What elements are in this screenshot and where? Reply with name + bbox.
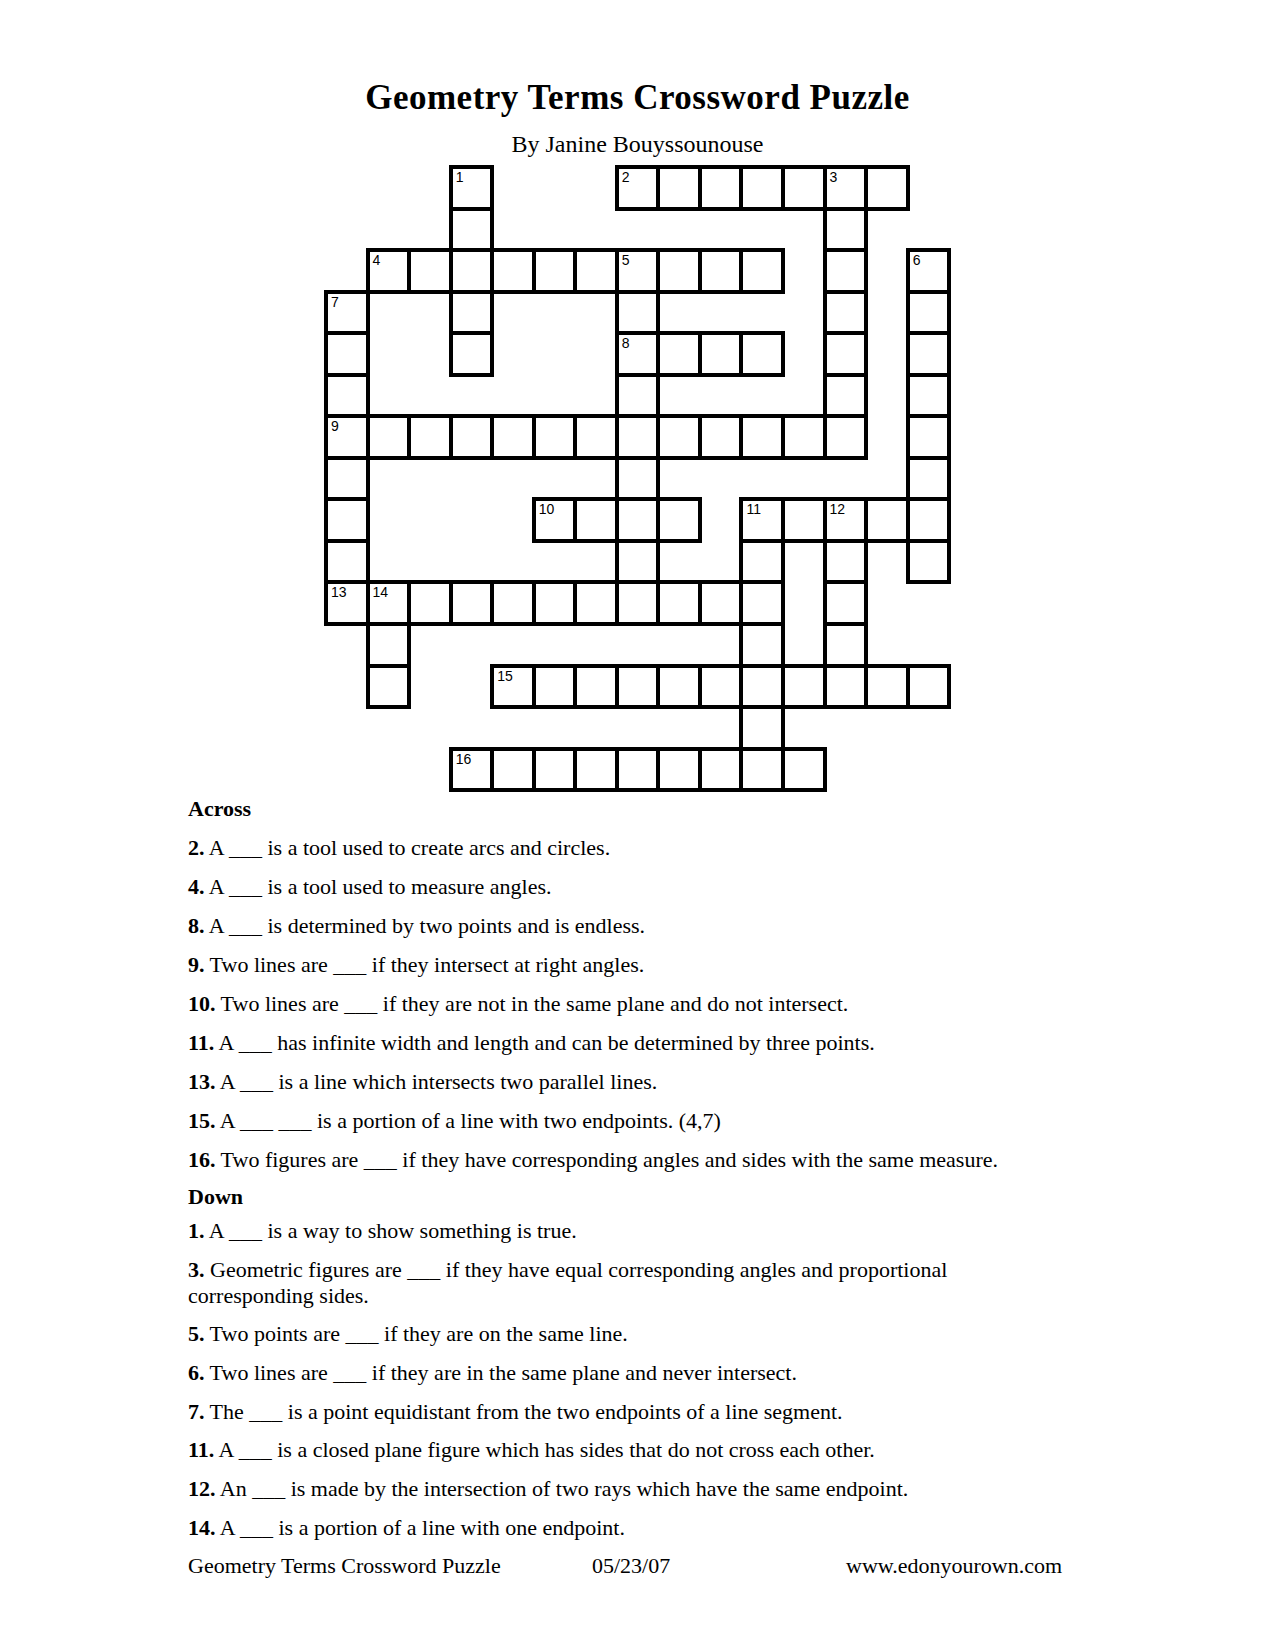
void-cell-r5c9 (700, 375, 742, 417)
void-cell-r7c6 (575, 458, 617, 500)
void-cell-r11c0 (326, 624, 368, 666)
void-cell-r9c8 (658, 541, 700, 583)
clue-down-6: 6. Two lines are ___ if they are in the … (188, 1360, 797, 1386)
void-cell-r4c6 (575, 333, 617, 375)
grid-cell-r6c12[interactable] (823, 414, 869, 460)
void-cell-r7c2 (409, 458, 451, 500)
void-cell-r1c1 (368, 209, 410, 251)
void-cell-r9c3 (451, 541, 493, 583)
void-cell-r9c11 (783, 541, 825, 583)
grid-cell-r7c0[interactable] (324, 456, 370, 502)
grid-cell-r5c0[interactable] (324, 373, 370, 419)
clue-number-label: 1. (188, 1218, 205, 1243)
void-cell-r4c1 (368, 333, 410, 375)
void-cell-r12c3 (451, 666, 493, 708)
grid-cell-r9c12[interactable] (823, 539, 869, 585)
void-cell-r9c13 (866, 541, 908, 583)
grid-cell-r8c0[interactable] (324, 497, 370, 543)
grid-cell-r14c6[interactable] (573, 747, 619, 793)
clue-down-14: 14. A ___ is a portion of a line with on… (188, 1515, 625, 1541)
grid-cell-r8c14[interactable] (906, 497, 952, 543)
clue-number-16: 16 (456, 751, 472, 767)
grid-cell-r0c8[interactable] (656, 165, 702, 211)
grid-cell-r6c4[interactable] (490, 414, 536, 460)
void-cell-r5c5 (534, 375, 576, 417)
grid-cell-r6c1[interactable] (366, 414, 412, 460)
clue-number-label: 16. (188, 1147, 216, 1172)
clue-number-11: 11 (746, 501, 761, 517)
void-cell-r1c0 (326, 209, 368, 251)
void-cell-r11c2 (409, 624, 451, 666)
void-cell-r7c9 (700, 458, 742, 500)
clue-down-1: 1. A ___ is a way to show something is t… (188, 1218, 577, 1244)
void-cell-r2c11 (783, 250, 825, 292)
clue-number-label: 6. (188, 1360, 205, 1385)
clue-number-9: 9 (331, 418, 339, 434)
clue-number-label: 10. (188, 991, 216, 1016)
clue-across-9: 9. Two lines are ___ if they intersect a… (188, 952, 644, 978)
clue-across-10: 10. Two lines are ___ if they are not in… (188, 991, 848, 1017)
void-cell-r7c8 (658, 458, 700, 500)
grid-cell-r2c4[interactable] (490, 248, 536, 294)
clue-number-label: 15. (188, 1108, 216, 1133)
void-cell-r10c11 (783, 582, 825, 624)
void-cell-r5c8 (658, 375, 700, 417)
grid-cell-r2c7[interactable]: 5 (615, 248, 661, 294)
void-cell-r1c9 (700, 209, 742, 251)
void-cell-r8c9 (700, 499, 742, 541)
void-cell-r7c3 (451, 458, 493, 500)
void-cell-r13c6 (575, 707, 617, 749)
clue-number-label: 13. (188, 1069, 216, 1094)
grid-cell-r6c2[interactable] (407, 414, 453, 460)
grid-cell-r11c1[interactable] (366, 622, 412, 668)
grid-cell-r5c14[interactable] (906, 373, 952, 419)
clue-across-4: 4. A ___ is a tool used to measure angle… (188, 874, 552, 900)
clue-number-label: 9. (188, 952, 205, 977)
grid-cell-r10c3[interactable] (449, 580, 495, 626)
down-heading: Down (188, 1184, 243, 1210)
void-cell-r5c13 (866, 375, 908, 417)
grid-cell-r0c11[interactable] (781, 165, 827, 211)
grid-cell-r14c9[interactable] (698, 747, 744, 793)
clue-number-label: 5. (188, 1321, 205, 1346)
void-cell-r13c7 (617, 707, 659, 749)
grid-cell-r6c6[interactable] (573, 414, 619, 460)
void-cell-r13c13 (866, 707, 908, 749)
grid-cell-r11c10[interactable] (739, 622, 785, 668)
void-cell-r1c7 (617, 209, 659, 251)
void-cell-r11c8 (658, 624, 700, 666)
void-cell-r4c4 (492, 333, 534, 375)
grid-cell-r14c7[interactable] (615, 747, 661, 793)
void-cell-r9c2 (409, 541, 451, 583)
void-cell-r13c8 (658, 707, 700, 749)
grid-cell-r5c12[interactable] (823, 373, 869, 419)
void-cell-r13c0 (326, 707, 368, 749)
void-cell-r11c6 (575, 624, 617, 666)
grid-cell-r0c13[interactable] (864, 165, 910, 211)
clue-number-label: 4. (188, 874, 205, 899)
void-cell-r13c3 (451, 707, 493, 749)
grid-cell-r0c3[interactable]: 1 (449, 165, 495, 211)
void-cell-r14c0 (326, 749, 368, 791)
void-cell-r5c4 (492, 375, 534, 417)
clue-number-label: 2. (188, 835, 205, 860)
void-cell-r14c2 (409, 749, 451, 791)
void-cell-r3c5 (534, 292, 576, 334)
void-cell-r3c8 (658, 292, 700, 334)
void-cell-r0c1 (368, 167, 410, 209)
clue-number-4: 4 (373, 252, 381, 268)
void-cell-r13c4 (492, 707, 534, 749)
clue-number-label: 7. (188, 1399, 205, 1424)
clue-number-15: 15 (497, 668, 513, 684)
void-cell-r0c4 (492, 167, 534, 209)
grid-cell-r10c6[interactable] (573, 580, 619, 626)
grid-cell-r2c9[interactable] (698, 248, 744, 294)
grid-cell-r8c12[interactable]: 12 (823, 497, 869, 543)
grid-cell-r6c8[interactable] (656, 414, 702, 460)
void-cell-r1c11 (783, 209, 825, 251)
grid-cell-r4c0[interactable] (324, 331, 370, 377)
void-cell-r3c2 (409, 292, 451, 334)
grid-cell-r8c7[interactable] (615, 497, 661, 543)
grid-cell-r14c11[interactable] (781, 747, 827, 793)
grid-cell-r10c0[interactable]: 13 (324, 580, 370, 626)
void-cell-r3c11 (783, 292, 825, 334)
void-cell-r14c14 (908, 749, 950, 791)
grid-cell-r2c8[interactable] (656, 248, 702, 294)
void-cell-r3c6 (575, 292, 617, 334)
void-cell-r5c6 (575, 375, 617, 417)
puzzle-page: { "game": "crossword", "title": "Geometr… (0, 0, 1275, 1650)
clue-number-label: 14. (188, 1515, 216, 1540)
grid-cell-r0c12[interactable]: 3 (823, 165, 869, 211)
page-title: Geometry Terms Crossword Puzzle (0, 78, 1275, 118)
void-cell-r1c2 (409, 209, 451, 251)
grid-cell-r0c7[interactable]: 2 (615, 165, 661, 211)
grid-cell-r4c9[interactable] (698, 331, 744, 377)
grid-cell-r12c14[interactable] (906, 664, 952, 710)
grid-cell-r12c4[interactable]: 15 (490, 664, 536, 710)
void-cell-r7c1 (368, 458, 410, 500)
grid-cell-r3c14[interactable] (906, 290, 952, 336)
grid-cell-r4c12[interactable] (823, 331, 869, 377)
void-cell-r5c11 (783, 375, 825, 417)
void-cell-r11c14 (908, 624, 950, 666)
grid-cell-r3c3[interactable] (449, 290, 495, 336)
void-cell-r7c10 (741, 458, 783, 500)
clue-number-8: 8 (622, 335, 630, 351)
void-cell-r13c2 (409, 707, 451, 749)
clue-number-10: 10 (539, 501, 555, 517)
clue-number-label: 8. (188, 913, 205, 938)
footer-website: www.edonyourown.com (846, 1553, 1062, 1579)
grid-cell-r6c11[interactable] (781, 414, 827, 460)
grid-cell-r2c6[interactable] (573, 248, 619, 294)
grid-cell-r2c10[interactable] (739, 248, 785, 294)
void-cell-r3c1 (368, 292, 410, 334)
grid-cell-r12c11[interactable] (781, 664, 827, 710)
void-cell-r4c2 (409, 333, 451, 375)
void-cell-r13c14 (908, 707, 950, 749)
clue-down-3: 3. Geometric figures are ___ if they hav… (188, 1257, 947, 1283)
void-cell-r9c6 (575, 541, 617, 583)
void-cell-r0c6 (575, 167, 617, 209)
grid-cell-r9c0[interactable] (324, 539, 370, 585)
grid-cell-r8c6[interactable] (573, 497, 619, 543)
void-cell-r6c13 (866, 416, 908, 458)
clue-down-11: 11. A ___ is a closed plane figure which… (188, 1437, 875, 1463)
grid-cell-r2c1[interactable]: 4 (366, 248, 412, 294)
void-cell-r7c4 (492, 458, 534, 500)
clue-number-14: 14 (373, 584, 389, 600)
grid-cell-r6c10[interactable] (739, 414, 785, 460)
void-cell-r1c5 (534, 209, 576, 251)
grid-cell-r10c8[interactable] (656, 580, 702, 626)
grid-cell-r14c3[interactable]: 16 (449, 747, 495, 793)
void-cell-r11c5 (534, 624, 576, 666)
grid-cell-r8c10[interactable]: 11 (739, 497, 785, 543)
grid-cell-r0c9[interactable] (698, 165, 744, 211)
void-cell-r0c0 (326, 167, 368, 209)
void-cell-r13c1 (368, 707, 410, 749)
grid-cell-r3c0[interactable]: 7 (324, 290, 370, 336)
clue-number-7: 7 (331, 294, 339, 310)
grid-cell-r4c10[interactable] (739, 331, 785, 377)
grid-cell-r10c7[interactable] (615, 580, 661, 626)
clue-down-5: 5. Two points are ___ if they are on the… (188, 1321, 628, 1347)
clue-across-13: 13. A ___ is a line which intersects two… (188, 1069, 657, 1095)
clue-number-3: 3 (830, 169, 838, 185)
grid-cell-r6c0[interactable]: 9 (324, 414, 370, 460)
void-cell-r5c2 (409, 375, 451, 417)
grid-cell-r2c5[interactable] (532, 248, 578, 294)
clue-across-15: 15. A ___ ___ is a portion of a line wit… (188, 1108, 721, 1134)
clue-across-2: 2. A ___ is a tool used to create arcs a… (188, 835, 610, 861)
grid-cell-r10c1[interactable]: 14 (366, 580, 412, 626)
void-cell-r1c6 (575, 209, 617, 251)
grid-cell-r11c12[interactable] (823, 622, 869, 668)
footer-title: Geometry Terms Crossword Puzzle (188, 1553, 501, 1579)
void-cell-r13c11 (783, 707, 825, 749)
grid-cell-r10c2[interactable] (407, 580, 453, 626)
byline: By Janine Bouyssounouse (0, 131, 1275, 158)
clue-number-label: 11. (188, 1437, 214, 1462)
grid-cell-r3c12[interactable] (823, 290, 869, 336)
across-heading: Across (188, 796, 251, 822)
grid-cell-r6c14[interactable] (906, 414, 952, 460)
void-cell-r11c7 (617, 624, 659, 666)
void-cell-r12c0 (326, 666, 368, 708)
grid-cell-r2c12[interactable] (823, 248, 869, 294)
void-cell-r9c5 (534, 541, 576, 583)
footer-date: 05/23/07 (592, 1553, 670, 1579)
void-cell-r5c10 (741, 375, 783, 417)
grid-cell-r8c13[interactable] (864, 497, 910, 543)
grid-cell-r2c2[interactable] (407, 248, 453, 294)
grid-cell-r12c12[interactable] (823, 664, 869, 710)
clue-across-11: 11. A ___ has infinite width and length … (188, 1030, 875, 1056)
void-cell-r2c13 (866, 250, 908, 292)
void-cell-r1c8 (658, 209, 700, 251)
grid-cell-r12c8[interactable] (656, 664, 702, 710)
grid-cell-r4c8[interactable] (656, 331, 702, 377)
void-cell-r10c14 (908, 582, 950, 624)
grid-cell-r6c9[interactable] (698, 414, 744, 460)
grid-cell-r12c13[interactable] (864, 664, 910, 710)
grid-cell-r9c10[interactable] (739, 539, 785, 585)
void-cell-r12c2 (409, 666, 451, 708)
void-cell-r2c0 (326, 250, 368, 292)
void-cell-r8c1 (368, 499, 410, 541)
void-cell-r1c10 (741, 209, 783, 251)
clue-number-2: 2 (622, 169, 630, 185)
void-cell-r13c9 (700, 707, 742, 749)
void-cell-r1c14 (908, 209, 950, 251)
void-cell-r7c11 (783, 458, 825, 500)
grid-cell-r8c8[interactable] (656, 497, 702, 543)
grid-cell-r0c10[interactable] (739, 165, 785, 211)
grid-cell-r12c6[interactable] (573, 664, 619, 710)
void-cell-r14c12 (825, 749, 867, 791)
clue-number-5: 5 (622, 252, 630, 268)
void-cell-r10c13 (866, 582, 908, 624)
clue-number-label: 11. (188, 1030, 214, 1055)
void-cell-r3c13 (866, 292, 908, 334)
grid-cell-r10c5[interactable] (532, 580, 578, 626)
grid-cell-r10c12[interactable] (823, 580, 869, 626)
grid-cell-r6c7[interactable] (615, 414, 661, 460)
void-cell-r7c5 (534, 458, 576, 500)
grid-cell-r3c7[interactable] (615, 290, 661, 336)
clue-number-label: 12. (188, 1476, 216, 1501)
grid-cell-r14c10[interactable] (739, 747, 785, 793)
grid-cell-r13c10[interactable] (739, 705, 785, 751)
void-cell-r4c5 (534, 333, 576, 375)
clue-across-16: 16. Two figures are ___ if they have cor… (188, 1147, 998, 1173)
grid-cell-r8c11[interactable] (781, 497, 827, 543)
void-cell-r3c4 (492, 292, 534, 334)
grid-cell-r7c7[interactable] (615, 456, 661, 502)
crossword-grid: 12345678910111213141516 (326, 167, 949, 790)
grid-cell-r9c7[interactable] (615, 539, 661, 585)
void-cell-r4c11 (783, 333, 825, 375)
grid-cell-r7c14[interactable] (906, 456, 952, 502)
grid-cell-r1c3[interactable] (449, 207, 495, 253)
void-cell-r8c4 (492, 499, 534, 541)
void-cell-r11c11 (783, 624, 825, 666)
clue-number-label: 3. (188, 1257, 205, 1282)
grid-cell-r10c10[interactable] (739, 580, 785, 626)
void-cell-r11c3 (451, 624, 493, 666)
void-cell-r14c1 (368, 749, 410, 791)
void-cell-r13c5 (534, 707, 576, 749)
grid-cell-r9c14[interactable] (906, 539, 952, 585)
grid-cell-r4c7[interactable]: 8 (615, 331, 661, 377)
void-cell-r3c9 (700, 292, 742, 334)
grid-cell-r10c9[interactable] (698, 580, 744, 626)
void-cell-r9c4 (492, 541, 534, 583)
void-cell-r0c2 (409, 167, 451, 209)
void-cell-r14c13 (866, 749, 908, 791)
void-cell-r5c3 (451, 375, 493, 417)
grid-cell-r5c7[interactable] (615, 373, 661, 419)
clue-number-1: 1 (456, 169, 464, 185)
grid-cell-r12c1[interactable] (366, 664, 412, 710)
void-cell-r1c4 (492, 209, 534, 251)
void-cell-r0c14 (908, 167, 950, 209)
grid-cell-r14c8[interactable] (656, 747, 702, 793)
void-cell-r7c12 (825, 458, 867, 500)
clue-down-3-line2: corresponding sides. (188, 1283, 369, 1309)
grid-cell-r10c4[interactable] (490, 580, 536, 626)
clue-across-8: 8. A ___ is determined by two points and… (188, 913, 645, 939)
grid-cell-r2c14[interactable]: 6 (906, 248, 952, 294)
void-cell-r11c13 (866, 624, 908, 666)
grid-cell-r4c14[interactable] (906, 331, 952, 377)
void-cell-r13c12 (825, 707, 867, 749)
grid-cell-r14c5[interactable] (532, 747, 578, 793)
void-cell-r8c2 (409, 499, 451, 541)
grid-cell-r6c3[interactable] (449, 414, 495, 460)
void-cell-r11c9 (700, 624, 742, 666)
void-cell-r9c1 (368, 541, 410, 583)
void-cell-r3c10 (741, 292, 783, 334)
grid-cell-r8c5[interactable]: 10 (532, 497, 578, 543)
void-cell-r8c3 (451, 499, 493, 541)
grid-cell-r12c10[interactable] (739, 664, 785, 710)
grid-cell-r12c7[interactable] (615, 664, 661, 710)
grid-cell-r2c3[interactable] (449, 248, 495, 294)
void-cell-r9c9 (700, 541, 742, 583)
void-cell-r4c13 (866, 333, 908, 375)
void-cell-r5c1 (368, 375, 410, 417)
clue-number-6: 6 (913, 252, 921, 268)
clue-number-12: 12 (830, 501, 846, 517)
grid-cell-r4c3[interactable] (449, 331, 495, 377)
grid-cell-r12c5[interactable] (532, 664, 578, 710)
grid-cell-r1c12[interactable] (823, 207, 869, 253)
void-cell-r11c4 (492, 624, 534, 666)
void-cell-r7c13 (866, 458, 908, 500)
clue-down-7: 7. The ___ is a point equidistant from t… (188, 1399, 843, 1425)
grid-cell-r6c5[interactable] (532, 414, 578, 460)
clue-number-13: 13 (331, 584, 347, 600)
void-cell-r1c13 (866, 209, 908, 251)
grid-cell-r14c4[interactable] (490, 747, 536, 793)
clue-down-12: 12. An ___ is made by the intersection o… (188, 1476, 908, 1502)
void-cell-r0c5 (534, 167, 576, 209)
grid-cell-r12c9[interactable] (698, 664, 744, 710)
